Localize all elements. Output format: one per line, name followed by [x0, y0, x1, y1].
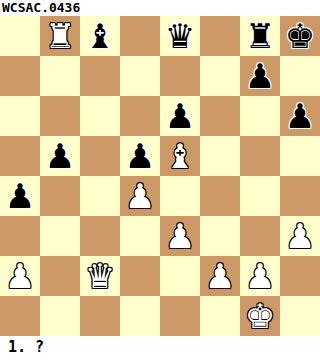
square-b2[interactable] — [40, 256, 80, 296]
square-d1[interactable] — [120, 296, 160, 336]
square-f1[interactable] — [200, 296, 240, 336]
white-pawn-icon: ♟ — [165, 219, 195, 253]
square-c3[interactable] — [80, 216, 120, 256]
black-pawn-icon: ♟ — [245, 59, 275, 93]
square-d6[interactable] — [120, 96, 160, 136]
black-pawn-icon: ♟ — [5, 179, 35, 213]
square-g8[interactable]: ♜ — [240, 16, 280, 56]
square-c1[interactable] — [80, 296, 120, 336]
black-pawn-icon: ♟ — [165, 99, 195, 133]
square-g5[interactable] — [240, 136, 280, 176]
square-c2[interactable]: ♛ — [80, 256, 120, 296]
square-h3[interactable]: ♟ — [280, 216, 320, 256]
square-f8[interactable] — [200, 16, 240, 56]
square-h7[interactable] — [280, 56, 320, 96]
square-c6[interactable] — [80, 96, 120, 136]
square-e4[interactable] — [160, 176, 200, 216]
square-f5[interactable] — [200, 136, 240, 176]
black-bishop-icon: ♝ — [85, 19, 115, 53]
square-f4[interactable] — [200, 176, 240, 216]
white-king-icon: ♚ — [245, 299, 275, 333]
square-g7[interactable]: ♟ — [240, 56, 280, 96]
square-c4[interactable] — [80, 176, 120, 216]
white-rook-icon: ♜ — [45, 19, 75, 53]
white-pawn-icon: ♟ — [245, 259, 275, 293]
black-queen-icon: ♛ — [165, 19, 195, 53]
square-h2[interactable] — [280, 256, 320, 296]
move-prompt: 1. ? — [0, 336, 320, 360]
square-b7[interactable] — [40, 56, 80, 96]
square-f7[interactable] — [200, 56, 240, 96]
square-b3[interactable] — [40, 216, 80, 256]
square-a7[interactable] — [0, 56, 40, 96]
white-pawn-icon: ♟ — [205, 259, 235, 293]
square-f6[interactable] — [200, 96, 240, 136]
square-h5[interactable] — [280, 136, 320, 176]
square-g4[interactable] — [240, 176, 280, 216]
square-e2[interactable] — [160, 256, 200, 296]
square-g3[interactable] — [240, 216, 280, 256]
square-b6[interactable] — [40, 96, 80, 136]
square-f3[interactable] — [200, 216, 240, 256]
chess-board: ♜♝♛♜♚♟♟♟♟♟♝♟♟♟♟♟♛♟♟♚ — [0, 16, 320, 336]
square-g2[interactable]: ♟ — [240, 256, 280, 296]
square-e3[interactable]: ♟ — [160, 216, 200, 256]
square-h4[interactable] — [280, 176, 320, 216]
black-king-icon: ♚ — [285, 19, 315, 53]
white-pawn-icon: ♟ — [5, 259, 35, 293]
square-h1[interactable] — [280, 296, 320, 336]
square-b4[interactable] — [40, 176, 80, 216]
black-pawn-icon: ♟ — [45, 139, 75, 173]
square-a4[interactable]: ♟ — [0, 176, 40, 216]
square-h8[interactable]: ♚ — [280, 16, 320, 56]
square-e5[interactable]: ♝ — [160, 136, 200, 176]
white-queen-icon: ♛ — [85, 259, 115, 293]
square-a1[interactable] — [0, 296, 40, 336]
square-d4[interactable]: ♟ — [120, 176, 160, 216]
square-a5[interactable] — [0, 136, 40, 176]
square-d5[interactable]: ♟ — [120, 136, 160, 176]
square-e8[interactable]: ♛ — [160, 16, 200, 56]
square-c8[interactable]: ♝ — [80, 16, 120, 56]
white-pawn-icon: ♟ — [125, 179, 155, 213]
square-a6[interactable] — [0, 96, 40, 136]
square-f2[interactable]: ♟ — [200, 256, 240, 296]
square-g6[interactable] — [240, 96, 280, 136]
white-pawn-icon: ♟ — [285, 219, 315, 253]
square-c5[interactable] — [80, 136, 120, 176]
square-d3[interactable] — [120, 216, 160, 256]
black-pawn-icon: ♟ — [125, 139, 155, 173]
square-h6[interactable]: ♟ — [280, 96, 320, 136]
page-title: WCSAC.0436 — [0, 0, 320, 16]
square-e1[interactable] — [160, 296, 200, 336]
square-a8[interactable] — [0, 16, 40, 56]
square-b1[interactable] — [40, 296, 80, 336]
square-e7[interactable] — [160, 56, 200, 96]
white-bishop-icon: ♝ — [165, 139, 195, 173]
square-e6[interactable]: ♟ — [160, 96, 200, 136]
black-rook-icon: ♜ — [245, 19, 275, 53]
square-d8[interactable] — [120, 16, 160, 56]
square-c7[interactable] — [80, 56, 120, 96]
black-pawn-icon: ♟ — [285, 99, 315, 133]
square-a2[interactable]: ♟ — [0, 256, 40, 296]
square-d7[interactable] — [120, 56, 160, 96]
square-b5[interactable]: ♟ — [40, 136, 80, 176]
square-b8[interactable]: ♜ — [40, 16, 80, 56]
square-d2[interactable] — [120, 256, 160, 296]
square-g1[interactable]: ♚ — [240, 296, 280, 336]
square-a3[interactable] — [0, 216, 40, 256]
